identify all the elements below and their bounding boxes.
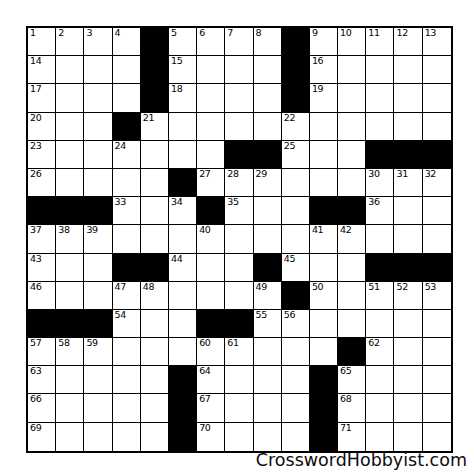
black-cell [338, 197, 366, 225]
clue-number: 19 [312, 84, 324, 95]
black-cell [394, 141, 422, 169]
clue-number: 54 [115, 310, 127, 321]
white-cell[interactable]: 5 [169, 28, 197, 56]
clue-number: 56 [284, 310, 296, 321]
white-cell[interactable] [423, 197, 451, 225]
white-cell[interactable] [56, 394, 84, 422]
clue-number: 2 [58, 28, 64, 39]
clue-number: 33 [115, 197, 127, 208]
clue-number: 10 [340, 28, 352, 39]
clue-number: 42 [340, 225, 352, 236]
clue-number: 62 [368, 338, 380, 349]
white-cell[interactable] [56, 169, 84, 197]
black-cell [338, 338, 366, 366]
clue-number: 28 [227, 169, 239, 180]
white-cell[interactable]: 20 [28, 113, 56, 141]
clue-number: 41 [312, 225, 324, 236]
clue-number: 4 [115, 28, 121, 39]
clue-number: 16 [312, 56, 324, 67]
white-cell[interactable] [366, 84, 394, 112]
white-cell[interactable] [84, 282, 112, 310]
clue-number: 22 [284, 113, 296, 124]
white-cell[interactable] [310, 169, 338, 197]
white-cell[interactable] [141, 141, 169, 169]
white-cell[interactable] [282, 225, 310, 253]
white-cell[interactable]: 42 [338, 225, 366, 253]
white-cell[interactable]: 60 [197, 338, 225, 366]
white-cell[interactable] [310, 338, 338, 366]
black-cell [28, 197, 56, 225]
clue-number: 44 [171, 254, 183, 265]
white-cell[interactable] [141, 225, 169, 253]
white-cell[interactable] [423, 423, 451, 451]
clue-number: 38 [58, 225, 70, 236]
white-cell[interactable]: 39 [84, 225, 112, 253]
white-cell[interactable] [197, 84, 225, 112]
white-cell[interactable]: 30 [366, 169, 394, 197]
clue-number: 1 [30, 28, 36, 39]
black-cell [197, 197, 225, 225]
white-cell[interactable]: 70 [197, 423, 225, 451]
black-cell [141, 254, 169, 282]
white-cell[interactable] [423, 394, 451, 422]
white-cell[interactable] [338, 169, 366, 197]
white-cell[interactable]: 10 [338, 28, 366, 56]
black-cell [423, 254, 451, 282]
white-cell[interactable] [366, 225, 394, 253]
white-cell[interactable] [84, 394, 112, 422]
white-cell[interactable] [254, 197, 282, 225]
white-cell[interactable] [366, 113, 394, 141]
white-cell[interactable]: 50 [310, 282, 338, 310]
white-cell[interactable]: 7 [225, 28, 253, 56]
white-cell[interactable] [282, 338, 310, 366]
white-cell[interactable] [84, 84, 112, 112]
white-cell[interactable]: 38 [56, 225, 84, 253]
clue-number: 23 [30, 141, 42, 152]
white-cell[interactable]: 19 [310, 84, 338, 112]
white-cell[interactable] [225, 84, 253, 112]
clue-number: 36 [368, 197, 380, 208]
white-cell[interactable]: 11 [366, 28, 394, 56]
white-cell[interactable]: 31 [394, 169, 422, 197]
black-cell [423, 141, 451, 169]
white-cell[interactable] [338, 282, 366, 310]
black-cell [141, 84, 169, 112]
black-cell [141, 28, 169, 56]
white-cell[interactable] [282, 394, 310, 422]
white-cell[interactable]: 47 [113, 282, 141, 310]
white-cell[interactable] [423, 225, 451, 253]
white-cell[interactable]: 45 [282, 254, 310, 282]
clue-number: 53 [425, 282, 437, 293]
black-cell [56, 197, 84, 225]
clue-number: 39 [86, 225, 98, 236]
white-cell[interactable] [197, 56, 225, 84]
white-cell[interactable] [338, 141, 366, 169]
white-cell[interactable]: 67 [197, 394, 225, 422]
black-cell [113, 254, 141, 282]
white-cell[interactable] [394, 84, 422, 112]
white-cell[interactable] [225, 56, 253, 84]
clue-number: 26 [30, 169, 42, 180]
white-cell[interactable] [338, 113, 366, 141]
white-cell[interactable]: 34 [169, 197, 197, 225]
white-cell[interactable] [254, 338, 282, 366]
white-cell[interactable]: 69 [28, 423, 56, 451]
clue-number: 37 [30, 225, 42, 236]
white-cell[interactable] [225, 282, 253, 310]
white-cell[interactable] [169, 310, 197, 338]
black-cell [84, 197, 112, 225]
white-cell[interactable] [141, 169, 169, 197]
white-cell[interactable]: 43 [28, 254, 56, 282]
clue-number: 32 [425, 169, 437, 180]
white-cell[interactable]: 3 [84, 28, 112, 56]
white-cell[interactable]: 6 [197, 28, 225, 56]
white-cell[interactable] [394, 338, 422, 366]
white-cell[interactable] [366, 56, 394, 84]
clue-number: 9 [312, 28, 318, 39]
clue-number: 5 [171, 28, 177, 39]
white-cell[interactable] [56, 366, 84, 394]
white-cell[interactable]: 37 [28, 225, 56, 253]
white-cell[interactable] [338, 310, 366, 338]
clue-number: 30 [368, 169, 380, 180]
clue-number: 31 [396, 169, 408, 180]
clue-number: 46 [30, 282, 42, 293]
black-cell [310, 366, 338, 394]
white-cell[interactable]: 35 [225, 197, 253, 225]
white-cell[interactable] [56, 84, 84, 112]
white-cell[interactable] [56, 423, 84, 451]
white-cell[interactable] [394, 197, 422, 225]
clue-number: 49 [256, 282, 268, 293]
white-cell[interactable] [366, 310, 394, 338]
clue-number: 3 [86, 28, 92, 39]
white-cell[interactable]: 48 [141, 282, 169, 310]
clue-number: 43 [30, 254, 42, 265]
white-cell[interactable] [84, 423, 112, 451]
white-cell[interactable]: 22 [282, 113, 310, 141]
white-cell[interactable]: 49 [254, 282, 282, 310]
white-cell[interactable]: 44 [169, 254, 197, 282]
crossword-page: 1234567891011121314151617181920212223242… [0, 0, 474, 474]
white-cell[interactable] [197, 254, 225, 282]
white-cell[interactable]: 46 [28, 282, 56, 310]
white-cell[interactable] [423, 310, 451, 338]
clue-number: 64 [199, 366, 211, 377]
white-cell[interactable] [366, 394, 394, 422]
white-cell[interactable] [282, 197, 310, 225]
clue-number: 70 [199, 423, 211, 434]
white-cell[interactable]: 56 [282, 310, 310, 338]
white-cell[interactable]: 4 [113, 28, 141, 56]
white-cell[interactable] [423, 113, 451, 141]
clue-number: 8 [256, 28, 262, 39]
white-cell[interactable] [197, 282, 225, 310]
white-cell[interactable]: 62 [366, 338, 394, 366]
white-cell[interactable] [310, 310, 338, 338]
clue-number: 15 [171, 56, 183, 67]
white-cell[interactable]: 57 [28, 338, 56, 366]
white-cell[interactable] [84, 169, 112, 197]
white-cell[interactable]: 54 [113, 310, 141, 338]
white-cell[interactable]: 68 [338, 394, 366, 422]
white-cell[interactable]: 16 [310, 56, 338, 84]
white-cell[interactable]: 65 [338, 366, 366, 394]
clue-number: 58 [58, 338, 70, 349]
white-cell[interactable] [225, 254, 253, 282]
white-cell[interactable]: 36 [366, 197, 394, 225]
white-cell[interactable] [254, 84, 282, 112]
white-cell[interactable] [225, 225, 253, 253]
white-cell[interactable] [113, 366, 141, 394]
white-cell[interactable] [423, 338, 451, 366]
white-cell[interactable]: 9 [310, 28, 338, 56]
white-cell[interactable] [394, 56, 422, 84]
clue-number: 25 [284, 141, 296, 152]
white-cell[interactable] [84, 366, 112, 394]
clue-number: 24 [115, 141, 127, 152]
white-cell[interactable]: 2 [56, 28, 84, 56]
white-cell[interactable] [113, 225, 141, 253]
white-cell[interactable] [56, 282, 84, 310]
clue-number: 55 [256, 310, 268, 321]
clue-number: 67 [199, 394, 211, 405]
black-cell [169, 366, 197, 394]
black-cell [282, 56, 310, 84]
black-cell [169, 423, 197, 451]
white-cell[interactable] [366, 423, 394, 451]
white-cell[interactable] [225, 113, 253, 141]
white-cell[interactable]: 52 [394, 282, 422, 310]
white-cell[interactable]: 12 [394, 28, 422, 56]
white-cell[interactable] [56, 254, 84, 282]
white-cell[interactable]: 32 [423, 169, 451, 197]
white-cell[interactable] [113, 423, 141, 451]
black-cell [141, 56, 169, 84]
white-cell[interactable] [141, 394, 169, 422]
black-cell [84, 310, 112, 338]
white-cell[interactable]: 29 [254, 169, 282, 197]
black-cell [169, 169, 197, 197]
white-cell[interactable] [423, 366, 451, 394]
black-cell [254, 254, 282, 282]
white-cell[interactable]: 14 [28, 56, 56, 84]
white-cell[interactable] [169, 338, 197, 366]
black-cell [394, 254, 422, 282]
white-cell[interactable] [169, 282, 197, 310]
white-cell[interactable] [254, 113, 282, 141]
clue-number: 57 [30, 338, 42, 349]
white-cell[interactable] [84, 113, 112, 141]
white-cell[interactable] [84, 56, 112, 84]
white-cell[interactable] [310, 113, 338, 141]
white-cell[interactable] [225, 423, 253, 451]
white-cell[interactable]: 55 [254, 310, 282, 338]
clue-number: 59 [86, 338, 98, 349]
white-cell[interactable] [141, 366, 169, 394]
clue-number: 17 [30, 84, 42, 95]
white-cell[interactable] [254, 394, 282, 422]
white-cell[interactable] [282, 423, 310, 451]
white-cell[interactable] [254, 225, 282, 253]
white-cell[interactable]: 53 [423, 282, 451, 310]
black-cell [113, 113, 141, 141]
white-cell[interactable] [113, 56, 141, 84]
white-cell[interactable] [113, 394, 141, 422]
white-cell[interactable] [394, 394, 422, 422]
clue-number: 18 [171, 84, 183, 95]
white-cell[interactable] [225, 366, 253, 394]
white-cell[interactable] [84, 254, 112, 282]
black-cell [310, 197, 338, 225]
white-cell[interactable]: 71 [338, 423, 366, 451]
black-cell [282, 282, 310, 310]
white-cell[interactable]: 63 [28, 366, 56, 394]
clue-number: 68 [340, 394, 352, 405]
white-cell[interactable]: 25 [282, 141, 310, 169]
clue-number: 7 [227, 28, 233, 39]
white-cell[interactable] [141, 310, 169, 338]
black-cell [28, 310, 56, 338]
white-cell[interactable]: 66 [28, 394, 56, 422]
clue-number: 45 [284, 254, 296, 265]
clue-number: 20 [30, 113, 42, 124]
white-cell[interactable] [141, 423, 169, 451]
black-cell [310, 423, 338, 451]
white-cell[interactable] [84, 141, 112, 169]
clue-number: 71 [340, 423, 352, 434]
white-cell[interactable] [394, 366, 422, 394]
white-cell[interactable] [338, 84, 366, 112]
white-cell[interactable] [394, 225, 422, 253]
white-cell[interactable] [197, 113, 225, 141]
clue-number: 6 [199, 28, 205, 39]
black-cell [254, 141, 282, 169]
black-cell [197, 310, 225, 338]
clue-number: 51 [368, 282, 380, 293]
white-cell[interactable]: 41 [310, 225, 338, 253]
white-cell[interactable]: 8 [254, 28, 282, 56]
white-cell[interactable] [366, 366, 394, 394]
white-cell[interactable] [56, 113, 84, 141]
white-cell[interactable] [423, 56, 451, 84]
white-cell[interactable] [56, 141, 84, 169]
clue-number: 48 [143, 282, 155, 293]
white-cell[interactable]: 27 [197, 169, 225, 197]
clue-number: 61 [227, 338, 239, 349]
black-cell [225, 310, 253, 338]
white-cell[interactable] [141, 197, 169, 225]
white-cell[interactable] [310, 254, 338, 282]
white-cell[interactable]: 18 [169, 84, 197, 112]
white-cell[interactable]: 28 [225, 169, 253, 197]
black-cell [169, 394, 197, 422]
white-cell[interactable]: 61 [225, 338, 253, 366]
white-cell[interactable]: 15 [169, 56, 197, 84]
white-cell[interactable] [282, 366, 310, 394]
white-cell[interactable]: 17 [28, 84, 56, 112]
clue-number: 11 [368, 28, 380, 39]
white-cell[interactable] [394, 113, 422, 141]
clue-number: 29 [256, 169, 268, 180]
white-cell[interactable] [338, 56, 366, 84]
white-cell[interactable] [282, 169, 310, 197]
white-cell[interactable] [169, 225, 197, 253]
white-cell[interactable]: 23 [28, 141, 56, 169]
clue-number: 21 [143, 113, 155, 124]
clue-number: 12 [396, 28, 408, 39]
clue-number: 69 [30, 423, 42, 434]
white-cell[interactable] [254, 366, 282, 394]
black-cell [282, 84, 310, 112]
white-cell[interactable] [338, 254, 366, 282]
clue-number: 47 [115, 282, 127, 293]
white-cell[interactable] [394, 310, 422, 338]
white-cell[interactable]: 51 [366, 282, 394, 310]
white-cell[interactable] [141, 338, 169, 366]
white-cell[interactable]: 64 [197, 366, 225, 394]
black-cell [310, 394, 338, 422]
black-cell [225, 141, 253, 169]
white-cell[interactable]: 59 [84, 338, 112, 366]
black-cell [366, 141, 394, 169]
white-cell[interactable]: 33 [113, 197, 141, 225]
black-cell [366, 254, 394, 282]
white-cell[interactable]: 21 [141, 113, 169, 141]
white-cell[interactable] [225, 394, 253, 422]
white-cell[interactable] [254, 56, 282, 84]
white-cell[interactable] [113, 338, 141, 366]
clue-number: 35 [227, 197, 239, 208]
clue-number: 50 [312, 282, 324, 293]
white-cell[interactable] [113, 169, 141, 197]
clue-number: 66 [30, 394, 42, 405]
white-cell[interactable] [56, 56, 84, 84]
white-cell[interactable] [254, 423, 282, 451]
clue-number: 60 [199, 338, 211, 349]
white-cell[interactable] [394, 423, 422, 451]
black-cell [282, 28, 310, 56]
white-cell[interactable]: 40 [197, 225, 225, 253]
white-cell[interactable]: 13 [423, 28, 451, 56]
white-cell[interactable] [197, 141, 225, 169]
white-cell[interactable] [169, 113, 197, 141]
white-cell[interactable] [310, 141, 338, 169]
crossword-grid: 1234567891011121314151617181920212223242… [26, 26, 453, 453]
clue-number: 65 [340, 366, 352, 377]
white-cell[interactable] [423, 84, 451, 112]
clue-number: 52 [396, 282, 408, 293]
white-cell[interactable]: 58 [56, 338, 84, 366]
white-cell[interactable]: 1 [28, 28, 56, 56]
clue-number: 27 [199, 169, 211, 180]
white-cell[interactable]: 24 [113, 141, 141, 169]
black-cell [56, 310, 84, 338]
footer-branding: CrosswordHobbyist.com [256, 450, 467, 470]
clue-number: 14 [30, 56, 42, 67]
clue-number: 63 [30, 366, 42, 377]
clue-number: 40 [199, 225, 211, 236]
clue-number: 13 [425, 28, 437, 39]
clue-number: 34 [171, 197, 183, 208]
white-cell[interactable] [113, 84, 141, 112]
white-cell[interactable] [169, 141, 197, 169]
white-cell[interactable]: 26 [28, 169, 56, 197]
